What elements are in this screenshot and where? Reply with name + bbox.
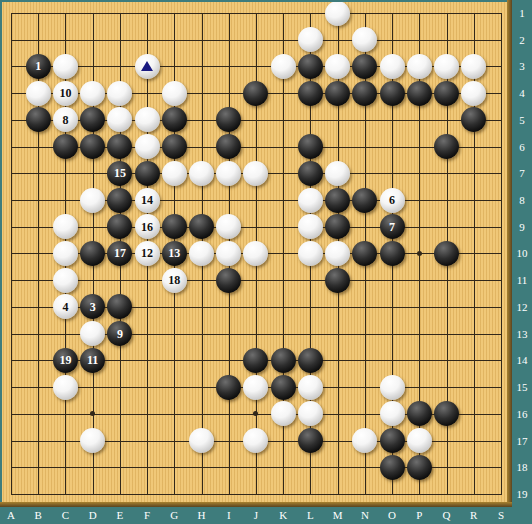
black-stone-P18 [407,455,432,480]
white-stone-R3 [461,54,486,79]
row-label-10: 10 [512,247,532,259]
row-label-6: 6 [512,141,532,153]
white-stone-D4 [80,81,105,106]
col-label-S: S [498,509,504,521]
black-stone-O18 [380,455,405,480]
white-stone-M1 [325,1,350,26]
move-number-18: 18 [168,274,180,286]
white-stone-O8: 6 [380,188,405,213]
white-stone-L9 [298,214,323,239]
white-stone-C3 [53,54,78,79]
black-stone-N4 [352,81,377,106]
move-number-3: 3 [90,301,96,313]
black-stone-E6 [107,134,132,159]
black-stone-K14 [271,348,296,373]
white-stone-L2 [298,27,323,52]
black-stone-G10: 13 [162,241,187,266]
white-stone-F8: 14 [135,188,160,213]
black-stone-G9 [162,214,187,239]
board-grid[interactable]: 110815146167171213184391911 [0,0,515,507]
row-label-12: 12 [512,301,532,313]
white-stone-H7 [189,161,214,186]
black-stone-M8 [325,188,350,213]
white-stone-Q3 [434,54,459,79]
white-stone-B4 [26,81,51,106]
white-stone-O15 [380,375,405,400]
white-stone-G7 [162,161,187,186]
col-label-C: C [62,509,69,521]
black-stone-L6 [298,134,323,159]
move-number-15: 15 [114,167,126,179]
board-left-edge [0,0,2,524]
black-stone-I11 [216,268,241,293]
col-label-J: J [254,509,258,521]
white-stone-K3 [271,54,296,79]
white-stone-N17 [352,428,377,453]
white-stone-L15 [298,375,323,400]
black-stone-P4 [407,81,432,106]
move-number-10: 10 [59,87,71,99]
row-label-11: 11 [512,274,532,286]
hoshi-D16 [90,411,95,416]
white-stone-J17 [243,428,268,453]
move-number-6: 6 [389,194,395,206]
row-label-1: 1 [512,7,532,19]
white-stone-J7 [243,161,268,186]
move-number-9: 9 [117,328,123,340]
white-stone-I10 [216,241,241,266]
black-stone-L14 [298,348,323,373]
black-stone-J14 [243,348,268,373]
col-label-I: I [227,509,231,521]
white-stone-C5: 8 [53,107,78,132]
black-stone-D10 [80,241,105,266]
white-stone-J10 [243,241,268,266]
white-stone-C11 [53,268,78,293]
row-label-19: 19 [512,488,532,500]
black-stone-P16 [407,401,432,426]
col-label-H: H [198,509,206,521]
row-label-2: 2 [512,34,532,46]
white-stone-M3 [325,54,350,79]
row-label-8: 8 [512,194,532,206]
white-stone-I9 [216,214,241,239]
white-stone-L8 [298,188,323,213]
black-stone-O4 [380,81,405,106]
col-label-L: L [307,509,314,521]
col-label-R: R [470,509,477,521]
col-label-B: B [35,509,42,521]
black-stone-O17 [380,428,405,453]
white-stone-F5 [135,107,160,132]
black-stone-E12 [107,294,132,319]
black-stone-D14: 11 [80,348,105,373]
row-label-17: 17 [512,435,532,447]
col-label-Q: Q [443,509,451,521]
row-label-15: 15 [512,381,532,393]
white-stone-F6 [135,134,160,159]
black-stone-Q4 [434,81,459,106]
white-stone-C4: 10 [53,81,78,106]
black-stone-E7: 15 [107,161,132,186]
white-stone-P17 [407,428,432,453]
move-number-7: 7 [389,221,395,233]
row-label-18: 18 [512,461,532,473]
black-stone-F7 [135,161,160,186]
black-stone-D12: 3 [80,294,105,319]
move-number-13: 13 [168,247,180,259]
black-stone-J4 [243,81,268,106]
move-number-4: 4 [62,301,68,313]
move-number-14: 14 [141,194,153,206]
hoshi-P10 [417,251,422,256]
move-number-12: 12 [141,247,153,259]
black-stone-B3: 1 [26,54,51,79]
col-label-P: P [416,509,422,521]
row-label-14: 14 [512,354,532,366]
move-number-19: 19 [59,354,71,366]
white-stone-P3 [407,54,432,79]
black-stone-R5 [461,107,486,132]
black-stone-M9 [325,214,350,239]
black-stone-L17 [298,428,323,453]
black-stone-L4 [298,81,323,106]
hoshi-J16 [253,411,258,416]
black-stone-Q16 [434,401,459,426]
black-stone-O9: 7 [380,214,405,239]
column-coordinate-strip [0,507,532,524]
white-stone-R4 [461,81,486,106]
black-stone-O10 [380,241,405,266]
black-stone-E10: 17 [107,241,132,266]
move-number-16: 16 [141,221,153,233]
white-stone-L16 [298,401,323,426]
black-stone-K15 [271,375,296,400]
row-label-7: 7 [512,167,532,179]
black-stone-N10 [352,241,377,266]
move-number-1: 1 [35,60,41,72]
white-stone-F10: 12 [135,241,160,266]
white-stone-N2 [352,27,377,52]
row-label-3: 3 [512,60,532,72]
black-stone-C14: 19 [53,348,78,373]
white-stone-H17 [189,428,214,453]
white-stone-J15 [243,375,268,400]
black-stone-L3 [298,54,323,79]
white-stone-C9 [53,214,78,239]
triangle-marker-icon [141,61,153,71]
col-label-G: G [170,509,178,521]
black-stone-L7 [298,161,323,186]
black-stone-N3 [352,54,377,79]
black-stone-N8 [352,188,377,213]
black-stone-H9 [189,214,214,239]
white-stone-M10 [325,241,350,266]
black-stone-E8 [107,188,132,213]
black-stone-Q10 [434,241,459,266]
black-stone-G5 [162,107,187,132]
white-stone-E4 [107,81,132,106]
black-stone-C6 [53,134,78,159]
col-label-N: N [361,509,369,521]
col-label-E: E [117,509,124,521]
col-label-O: O [388,509,396,521]
white-stone-O16 [380,401,405,426]
row-label-13: 13 [512,328,532,340]
col-label-K: K [279,509,287,521]
move-number-17: 17 [114,247,126,259]
black-stone-I15 [216,375,241,400]
white-stone-C15 [53,375,78,400]
row-label-4: 4 [512,87,532,99]
white-stone-G11: 18 [162,268,187,293]
white-stone-C10 [53,241,78,266]
white-stone-H10 [189,241,214,266]
white-stone-I7 [216,161,241,186]
white-stone-D8 [80,188,105,213]
board-top-edge [0,0,532,2]
white-stone-F3 [135,54,160,79]
go-board[interactable]: 110815146167171213184391911 ABCDEFGHIJKL… [0,0,532,524]
white-stone-G4 [162,81,187,106]
white-stone-F9: 16 [135,214,160,239]
row-label-16: 16 [512,408,532,420]
black-stone-Q6 [434,134,459,159]
black-stone-M4 [325,81,350,106]
col-label-F: F [144,509,150,521]
row-label-9: 9 [512,221,532,233]
row-label-5: 5 [512,114,532,126]
move-number-11: 11 [87,354,98,366]
col-label-D: D [89,509,97,521]
col-label-A: A [7,509,15,521]
black-stone-D6 [80,134,105,159]
black-stone-G6 [162,134,187,159]
black-stone-D5 [80,107,105,132]
white-stone-E5 [107,107,132,132]
white-stone-O3 [380,54,405,79]
black-stone-E9 [107,214,132,239]
black-stone-I6 [216,134,241,159]
white-stone-K16 [271,401,296,426]
black-stone-B5 [26,107,51,132]
move-number-8: 8 [62,114,68,126]
black-stone-M11 [325,268,350,293]
col-label-M: M [333,509,343,521]
white-stone-D13 [80,321,105,346]
black-stone-E13: 9 [107,321,132,346]
white-stone-L10 [298,241,323,266]
white-stone-D17 [80,428,105,453]
white-stone-M7 [325,161,350,186]
white-stone-C12: 4 [53,294,78,319]
black-stone-I5 [216,107,241,132]
